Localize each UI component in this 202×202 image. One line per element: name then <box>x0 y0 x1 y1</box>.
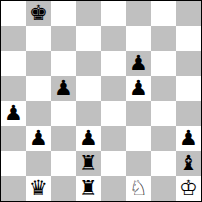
square-a4[interactable]: ♟ <box>1 101 26 126</box>
square-d8[interactable] <box>76 1 101 26</box>
black-queen: ♛ <box>29 176 48 201</box>
square-b2[interactable] <box>26 151 51 176</box>
black-pawn: ♟ <box>129 51 148 76</box>
square-d2[interactable]: ♜ <box>76 151 101 176</box>
square-f3[interactable] <box>126 126 151 151</box>
square-d4[interactable] <box>76 101 101 126</box>
square-h6[interactable] <box>176 51 201 76</box>
black-pawn: ♟ <box>179 126 198 151</box>
square-e7[interactable] <box>101 26 126 51</box>
white-knight: ♘ <box>129 176 148 201</box>
square-g7[interactable] <box>151 26 176 51</box>
square-a5[interactable] <box>1 76 26 101</box>
square-c3[interactable] <box>51 126 76 151</box>
black-pawn: ♟ <box>54 76 73 101</box>
square-c8[interactable] <box>51 1 76 26</box>
square-b5[interactable] <box>26 76 51 101</box>
chess-diagram: ♚♟♟♟♟♟♟♟♜♝♛♜♘♔ <box>0 0 202 202</box>
square-g6[interactable] <box>151 51 176 76</box>
square-g1[interactable] <box>151 176 176 201</box>
square-e3[interactable] <box>101 126 126 151</box>
square-h8[interactable] <box>176 1 201 26</box>
white-king: ♔ <box>179 176 198 201</box>
square-g3[interactable] <box>151 126 176 151</box>
square-f7[interactable] <box>126 26 151 51</box>
square-f1[interactable]: ♘ <box>126 176 151 201</box>
square-d6[interactable] <box>76 51 101 76</box>
chess-board: ♚♟♟♟♟♟♟♟♜♝♛♜♘♔ <box>0 0 202 202</box>
square-b4[interactable] <box>26 101 51 126</box>
square-e5[interactable] <box>101 76 126 101</box>
square-c5[interactable]: ♟ <box>51 76 76 101</box>
square-c7[interactable] <box>51 26 76 51</box>
square-c4[interactable] <box>51 101 76 126</box>
square-a2[interactable] <box>1 151 26 176</box>
square-a8[interactable] <box>1 1 26 26</box>
square-g4[interactable] <box>151 101 176 126</box>
square-d1[interactable]: ♜ <box>76 176 101 201</box>
square-d7[interactable] <box>76 26 101 51</box>
square-b8[interactable]: ♚ <box>26 1 51 26</box>
black-rook: ♜ <box>79 176 98 201</box>
square-h1[interactable]: ♔ <box>176 176 201 201</box>
black-pawn: ♟ <box>129 76 148 101</box>
square-f2[interactable] <box>126 151 151 176</box>
black-pawn: ♟ <box>29 126 48 151</box>
black-pawn: ♟ <box>4 101 23 126</box>
square-a6[interactable] <box>1 51 26 76</box>
square-e2[interactable] <box>101 151 126 176</box>
black-pawn: ♟ <box>79 126 98 151</box>
square-e8[interactable] <box>101 1 126 26</box>
square-g8[interactable] <box>151 1 176 26</box>
black-rook: ♜ <box>79 151 98 176</box>
black-king: ♚ <box>29 1 48 26</box>
square-a7[interactable] <box>1 26 26 51</box>
square-d3[interactable]: ♟ <box>76 126 101 151</box>
square-e4[interactable] <box>101 101 126 126</box>
square-f6[interactable]: ♟ <box>126 51 151 76</box>
square-e1[interactable] <box>101 176 126 201</box>
square-h5[interactable] <box>176 76 201 101</box>
square-g2[interactable] <box>151 151 176 176</box>
square-b6[interactable] <box>26 51 51 76</box>
black-bishop: ♝ <box>179 151 198 176</box>
square-c2[interactable] <box>51 151 76 176</box>
square-h3[interactable]: ♟ <box>176 126 201 151</box>
square-f8[interactable] <box>126 1 151 26</box>
square-f4[interactable] <box>126 101 151 126</box>
square-e6[interactable] <box>101 51 126 76</box>
square-f5[interactable]: ♟ <box>126 76 151 101</box>
square-b1[interactable]: ♛ <box>26 176 51 201</box>
square-h2[interactable]: ♝ <box>176 151 201 176</box>
square-g5[interactable] <box>151 76 176 101</box>
square-b3[interactable]: ♟ <box>26 126 51 151</box>
square-a3[interactable] <box>1 126 26 151</box>
square-h7[interactable] <box>176 26 201 51</box>
square-c1[interactable] <box>51 176 76 201</box>
square-h4[interactable] <box>176 101 201 126</box>
square-c6[interactable] <box>51 51 76 76</box>
square-a1[interactable] <box>1 176 26 201</box>
square-b7[interactable] <box>26 26 51 51</box>
square-d5[interactable] <box>76 76 101 101</box>
